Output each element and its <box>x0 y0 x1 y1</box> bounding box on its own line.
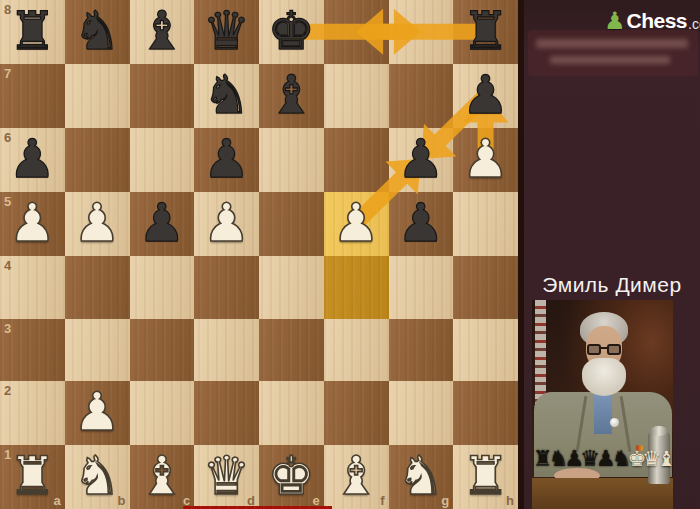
square-f7[interactable] <box>324 64 389 128</box>
square-d2[interactable] <box>194 381 259 445</box>
square-e1[interactable]: e♚ <box>259 445 324 509</box>
square-c5[interactable]: ♟ <box>130 192 195 256</box>
square-e7[interactable]: ♝ <box>259 64 324 128</box>
piece-white-pawn[interactable]: ♟ <box>65 381 130 445</box>
player-name-caption: Эмиль Димер <box>524 273 700 297</box>
piece-black-pawn[interactable]: ♟ <box>389 192 454 256</box>
photo-white-pieces-icons: ♚♛♝ <box>627 447 671 471</box>
square-g2[interactable] <box>389 381 454 445</box>
piece-white-knight[interactable]: ♞ <box>389 445 454 509</box>
video-frame: 8♜♞♝♛♚♜7♞♝♟6♟♟♟♟5♟♟♟♟♟♟432♟1a♜b♞c♝d♛e♚f♝… <box>0 0 700 509</box>
piece-white-pawn[interactable]: ♟ <box>65 192 130 256</box>
square-a8[interactable]: 8♜ <box>0 0 65 64</box>
square-h2[interactable] <box>453 381 518 445</box>
piece-black-pawn[interactable]: ♟ <box>453 64 518 128</box>
piece-black-king[interactable]: ♚ <box>259 0 324 64</box>
glasses-lens <box>607 344 621 355</box>
square-c3[interactable] <box>130 319 195 382</box>
square-e2[interactable] <box>259 381 324 445</box>
piece-black-pawn[interactable]: ♟ <box>389 128 454 192</box>
square-f1[interactable]: f♝ <box>324 445 389 509</box>
square-d7[interactable]: ♞ <box>194 64 259 128</box>
piece-white-bishop[interactable]: ♝ <box>130 445 195 509</box>
piece-black-rook[interactable]: ♜ <box>453 0 518 64</box>
square-h6[interactable]: ♟ <box>453 128 518 192</box>
square-d8[interactable]: ♛ <box>194 0 259 64</box>
square-h3[interactable] <box>453 319 518 382</box>
rank-label-3: 3 <box>4 322 11 335</box>
photo-glasses <box>587 344 621 356</box>
square-b6[interactable] <box>65 128 130 192</box>
photo-shirt <box>594 394 612 434</box>
chesscom-logo-tld: .com <box>688 11 700 32</box>
piece-black-rook[interactable]: ♜ <box>0 0 65 64</box>
square-c1[interactable]: c♝ <box>130 445 195 509</box>
piece-black-pawn[interactable]: ♟ <box>0 128 65 192</box>
square-h8[interactable]: ♜ <box>453 0 518 64</box>
square-c8[interactable]: ♝ <box>130 0 195 64</box>
square-a4[interactable]: 4 <box>0 256 65 319</box>
square-f5[interactable]: ♟ <box>324 192 389 256</box>
photo-badge-pin <box>610 418 619 427</box>
square-d1[interactable]: d♛ <box>194 445 259 509</box>
rank-label-2: 2 <box>4 384 11 397</box>
square-c4[interactable] <box>130 256 195 319</box>
square-d4[interactable] <box>194 256 259 319</box>
piece-white-queen[interactable]: ♛ <box>194 445 259 509</box>
square-f4[interactable] <box>324 256 389 319</box>
square-d5[interactable]: ♟ <box>194 192 259 256</box>
square-b3[interactable] <box>65 319 130 382</box>
sidebar: ♟ Chess .com Эмиль Димер <box>524 0 700 509</box>
rank-label-7: 7 <box>4 67 11 80</box>
blurred-annotation-box <box>528 30 698 76</box>
square-f3[interactable] <box>324 319 389 382</box>
square-g6[interactable]: ♟ <box>389 128 454 192</box>
piece-white-bishop[interactable]: ♝ <box>324 445 389 509</box>
square-e3[interactable] <box>259 319 324 382</box>
piece-black-pawn[interactable]: ♟ <box>130 192 195 256</box>
photo-beard <box>582 358 626 396</box>
square-b2[interactable]: ♟ <box>65 381 130 445</box>
photo-black-pieces-icons: ♜♞♟♛♟♞ <box>533 446 627 471</box>
square-d6[interactable]: ♟ <box>194 128 259 192</box>
square-a2[interactable]: 2 <box>0 381 65 445</box>
photo-chess-pieces: ♜♞♟♛♟♞♚♛♝ <box>532 446 673 471</box>
square-a6[interactable]: 6♟ <box>0 128 65 192</box>
square-b8[interactable]: ♞ <box>65 0 130 64</box>
rank-label-4: 4 <box>4 259 11 272</box>
blurred-text-line <box>536 39 688 48</box>
square-f6[interactable] <box>324 128 389 192</box>
piece-black-pawn[interactable]: ♟ <box>194 128 259 192</box>
piece-black-queen[interactable]: ♛ <box>194 0 259 64</box>
square-a3[interactable]: 3 <box>0 319 65 382</box>
glasses-lens <box>587 344 601 355</box>
square-b7[interactable] <box>65 64 130 128</box>
square-h1[interactable]: h♜ <box>453 445 518 509</box>
square-c2[interactable] <box>130 381 195 445</box>
square-a7[interactable]: 7 <box>0 64 65 128</box>
piece-white-king[interactable]: ♚ <box>259 445 324 509</box>
square-f2[interactable] <box>324 381 389 445</box>
square-e5[interactable] <box>259 192 324 256</box>
blurred-text-line <box>550 56 670 64</box>
glasses-bridge <box>600 347 608 349</box>
square-e8[interactable]: ♚ <box>259 0 324 64</box>
piece-white-pawn[interactable]: ♟ <box>0 192 65 256</box>
square-h5[interactable] <box>453 192 518 256</box>
square-b1[interactable]: b♞ <box>65 445 130 509</box>
square-g4[interactable] <box>389 256 454 319</box>
square-d3[interactable] <box>194 319 259 382</box>
square-g3[interactable] <box>389 319 454 382</box>
square-g8[interactable] <box>389 0 454 64</box>
piece-white-rook[interactable]: ♜ <box>453 445 518 509</box>
square-a1[interactable]: 1a♜ <box>0 445 65 509</box>
piece-black-knight[interactable]: ♞ <box>194 64 259 128</box>
square-e6[interactable] <box>259 128 324 192</box>
square-g1[interactable]: g♞ <box>389 445 454 509</box>
piece-white-pawn[interactable]: ♟ <box>453 128 518 192</box>
piece-white-pawn[interactable]: ♟ <box>324 192 389 256</box>
piece-black-bishop[interactable]: ♝ <box>130 0 195 64</box>
piece-white-knight[interactable]: ♞ <box>65 445 130 509</box>
square-h7[interactable]: ♟ <box>453 64 518 128</box>
piece-white-pawn[interactable]: ♟ <box>194 192 259 256</box>
square-c7[interactable] <box>130 64 195 128</box>
square-g5[interactable]: ♟ <box>389 192 454 256</box>
square-b5[interactable]: ♟ <box>65 192 130 256</box>
square-g7[interactable] <box>389 64 454 128</box>
square-b4[interactable] <box>65 256 130 319</box>
square-e4[interactable] <box>259 256 324 319</box>
emil-diemer-photo: ♜♞♟♛♟♞♚♛♝ <box>532 300 673 509</box>
square-c6[interactable] <box>130 128 195 192</box>
square-a5[interactable]: 5♟ <box>0 192 65 256</box>
square-h4[interactable] <box>453 256 518 319</box>
piece-black-knight[interactable]: ♞ <box>65 0 130 64</box>
square-f8[interactable] <box>324 0 389 64</box>
chess-board: 8♜♞♝♛♚♜7♞♝♟6♟♟♟♟5♟♟♟♟♟♟432♟1a♜b♞c♝d♛e♚f♝… <box>0 0 518 509</box>
piece-black-bishop[interactable]: ♝ <box>259 64 324 128</box>
piece-white-rook[interactable]: ♜ <box>0 445 65 509</box>
